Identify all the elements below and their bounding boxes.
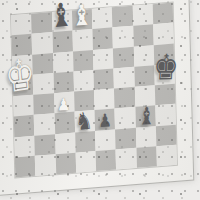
board-square-e6[interactable] [93,48,114,70]
board-square-c6[interactable] [53,51,74,73]
board-square-d6[interactable] [73,49,94,71]
pawn-glyph: ♟ [57,97,71,113]
knight-glyph: ♞ [75,109,93,133]
board-square-f2[interactable] [115,127,136,149]
board-square-b7[interactable] [32,32,53,54]
chess-board-frame: ♝♝♚♚♟♞♟♝ [0,0,194,196]
bishop-glyph: ♝ [71,2,93,30]
board-square-h8[interactable] [152,3,173,25]
board-square-a1[interactable] [15,156,36,178]
black-king-h5[interactable]: ♚ [155,63,176,85]
board-square-f6[interactable] [113,46,134,68]
board-square-b2[interactable] [34,134,55,156]
board-square-f1[interactable] [116,148,137,170]
black-knight-d3[interactable]: ♞ [74,111,95,133]
board-square-f3[interactable] [115,107,136,129]
king-glyph: ♚ [153,52,179,85]
board-square-g1[interactable] [136,146,157,168]
board-square-c2[interactable] [55,132,76,154]
board-square-e8[interactable] [92,7,113,29]
board-square-g8[interactable] [132,4,153,26]
pawn-glyph: ♟ [98,113,112,131]
board-square-b1[interactable] [35,154,56,176]
board-square-d1[interactable] [75,151,96,173]
board-square-e4[interactable] [94,88,115,110]
board-square-h3[interactable] [155,104,176,126]
board-square-g7[interactable] [133,24,154,46]
black-pawn-e3[interactable]: ♟ [95,109,116,131]
board-square-c3[interactable] [54,112,75,134]
chessboard-photo: ♝♝♚♚♟♞♟♝ [0,0,200,200]
board-square-h2[interactable] [156,124,177,146]
board-square-b6[interactable] [32,53,53,75]
board-square-a2[interactable] [14,135,35,157]
board-square-e2[interactable] [95,129,116,151]
black-bishop-g3[interactable]: ♝ [135,106,156,128]
bishop-glyph: ♝ [48,0,73,32]
board-square-f8[interactable] [112,6,133,28]
white-pawn-c4[interactable]: ♟ [53,92,74,114]
board-square-h1[interactable] [156,144,177,166]
board-square-a8[interactable] [11,14,32,36]
board-square-e7[interactable] [92,28,113,50]
board-square-c1[interactable] [55,152,76,174]
board-square-e5[interactable] [93,68,114,90]
white-bishop-d8[interactable]: ♝ [71,8,92,30]
board-square-f5[interactable] [114,67,135,89]
board-square-a3[interactable] [14,115,35,137]
board-square-c5[interactable] [53,71,74,93]
board-square-f4[interactable] [114,87,135,109]
board-square-g5[interactable] [134,65,155,87]
board-square-b3[interactable] [34,113,55,135]
board-square-e1[interactable] [96,149,117,171]
black-bishop-c8[interactable]: ♝ [51,10,72,32]
white-king-a5[interactable]: ♚ [12,74,33,96]
king-glyph: ♚ [4,54,37,98]
board-square-h7[interactable] [153,23,174,45]
board-square-f7[interactable] [113,26,134,48]
board-square-g6[interactable] [133,45,154,67]
bishop-glyph: ♝ [138,105,155,128]
board-square-d5[interactable] [73,70,94,92]
